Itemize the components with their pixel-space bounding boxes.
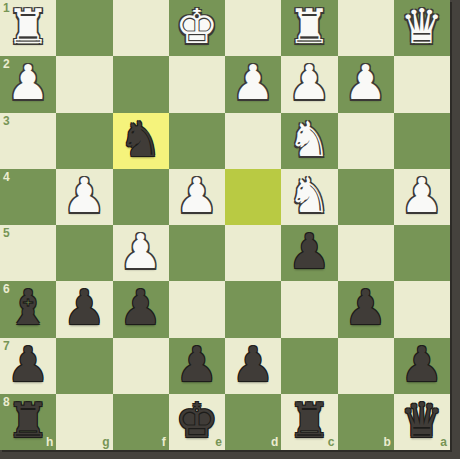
square-d3[interactable]: [225, 113, 281, 169]
square-g8[interactable]: g: [56, 394, 112, 450]
square-b1[interactable]: [338, 0, 394, 56]
piece-black-queen[interactable]: ♛: [400, 392, 443, 448]
square-h7[interactable]: 7♟: [0, 338, 56, 394]
file-label-g: g: [102, 436, 109, 448]
square-h2[interactable]: 2♟: [0, 56, 56, 112]
rank-label-5: 5: [3, 227, 10, 239]
piece-white-pawn[interactable]: ♟: [119, 223, 162, 279]
square-a3[interactable]: [394, 113, 450, 169]
piece-white-pawn[interactable]: ♟: [232, 54, 275, 110]
square-b7[interactable]: [338, 338, 394, 394]
piece-black-knight[interactable]: ♞: [119, 111, 162, 167]
square-a7[interactable]: ♟: [394, 338, 450, 394]
square-f5[interactable]: ♟: [113, 225, 169, 281]
rank-label-4: 4: [3, 171, 10, 183]
square-g7[interactable]: [56, 338, 112, 394]
piece-white-rook[interactable]: ♜: [288, 0, 331, 54]
square-e4[interactable]: ♟: [169, 169, 225, 225]
piece-white-knight[interactable]: ♞: [288, 111, 331, 167]
square-h3[interactable]: 3: [0, 113, 56, 169]
square-h5[interactable]: 5: [0, 225, 56, 281]
square-e1[interactable]: ♚: [169, 0, 225, 56]
square-e2[interactable]: [169, 56, 225, 112]
square-g2[interactable]: [56, 56, 112, 112]
square-c8[interactable]: c♜: [281, 394, 337, 450]
square-d6[interactable]: [225, 281, 281, 337]
file-label-b: b: [383, 436, 390, 448]
square-h1[interactable]: 1♜: [0, 0, 56, 56]
square-g3[interactable]: [56, 113, 112, 169]
square-g1[interactable]: [56, 0, 112, 56]
piece-white-rook[interactable]: ♜: [7, 0, 50, 54]
piece-white-king[interactable]: ♚: [175, 0, 218, 54]
piece-black-pawn[interactable]: ♟: [175, 336, 218, 392]
square-e7[interactable]: ♟: [169, 338, 225, 394]
square-f2[interactable]: [113, 56, 169, 112]
square-d4[interactable]: [225, 169, 281, 225]
square-b2[interactable]: ♟: [338, 56, 394, 112]
piece-white-pawn[interactable]: ♟: [400, 167, 443, 223]
piece-black-bishop[interactable]: ♝: [7, 279, 50, 335]
square-a4[interactable]: ♟: [394, 169, 450, 225]
piece-white-queen[interactable]: ♛: [400, 0, 443, 54]
square-e3[interactable]: [169, 113, 225, 169]
square-e5[interactable]: [169, 225, 225, 281]
square-c4[interactable]: ♞: [281, 169, 337, 225]
square-b5[interactable]: [338, 225, 394, 281]
square-f4[interactable]: [113, 169, 169, 225]
square-a8[interactable]: a♛: [394, 394, 450, 450]
piece-white-pawn[interactable]: ♟: [288, 54, 331, 110]
square-g4[interactable]: ♟: [56, 169, 112, 225]
file-label-d: d: [271, 436, 278, 448]
piece-black-king[interactable]: ♚: [175, 392, 218, 448]
piece-white-pawn[interactable]: ♟: [175, 167, 218, 223]
square-c3[interactable]: ♞: [281, 113, 337, 169]
piece-black-pawn[interactable]: ♟: [63, 279, 106, 335]
piece-white-pawn[interactable]: ♟: [63, 167, 106, 223]
piece-white-pawn[interactable]: ♟: [344, 54, 387, 110]
square-a1[interactable]: ♛: [394, 0, 450, 56]
square-a5[interactable]: [394, 225, 450, 281]
square-f1[interactable]: [113, 0, 169, 56]
square-d2[interactable]: ♟: [225, 56, 281, 112]
square-c1[interactable]: ♜: [281, 0, 337, 56]
piece-black-pawn[interactable]: ♟: [400, 336, 443, 392]
file-label-f: f: [162, 436, 166, 448]
square-g5[interactable]: [56, 225, 112, 281]
square-a6[interactable]: [394, 281, 450, 337]
piece-black-pawn[interactable]: ♟: [288, 223, 331, 279]
square-g6[interactable]: ♟: [56, 281, 112, 337]
page-background: 1♜♚♜♛2♟♟♟♟3♞♞4♟♟♞♟5♟♟6♝♟♟♟7♟♟♟♟8h♜gfe♚dc…: [0, 0, 460, 459]
square-e8[interactable]: e♚: [169, 394, 225, 450]
piece-black-pawn[interactable]: ♟: [7, 336, 50, 392]
square-b4[interactable]: [338, 169, 394, 225]
square-h6[interactable]: 6♝: [0, 281, 56, 337]
square-d7[interactable]: ♟: [225, 338, 281, 394]
square-f6[interactable]: ♟: [113, 281, 169, 337]
square-d8[interactable]: d: [225, 394, 281, 450]
square-d5[interactable]: [225, 225, 281, 281]
square-f3[interactable]: ♞: [113, 113, 169, 169]
square-e6[interactable]: [169, 281, 225, 337]
rank-label-3: 3: [3, 115, 10, 127]
square-f7[interactable]: [113, 338, 169, 394]
piece-white-pawn[interactable]: ♟: [7, 54, 50, 110]
square-b6[interactable]: ♟: [338, 281, 394, 337]
piece-black-rook[interactable]: ♜: [7, 392, 50, 448]
square-a2[interactable]: [394, 56, 450, 112]
piece-black-rook[interactable]: ♜: [288, 392, 331, 448]
piece-black-pawn[interactable]: ♟: [344, 279, 387, 335]
square-f8[interactable]: f: [113, 394, 169, 450]
piece-black-pawn[interactable]: ♟: [232, 336, 275, 392]
chess-board: 1♜♚♜♛2♟♟♟♟3♞♞4♟♟♞♟5♟♟6♝♟♟♟7♟♟♟♟8h♜gfe♚dc…: [0, 0, 450, 450]
square-b3[interactable]: [338, 113, 394, 169]
square-c2[interactable]: ♟: [281, 56, 337, 112]
square-h8[interactable]: 8h♜: [0, 394, 56, 450]
square-d1[interactable]: [225, 0, 281, 56]
piece-white-knight[interactable]: ♞: [288, 167, 331, 223]
square-h4[interactable]: 4: [0, 169, 56, 225]
square-c6[interactable]: [281, 281, 337, 337]
square-c7[interactable]: [281, 338, 337, 394]
piece-black-pawn[interactable]: ♟: [119, 279, 162, 335]
square-b8[interactable]: b: [338, 394, 394, 450]
square-c5[interactable]: ♟: [281, 225, 337, 281]
